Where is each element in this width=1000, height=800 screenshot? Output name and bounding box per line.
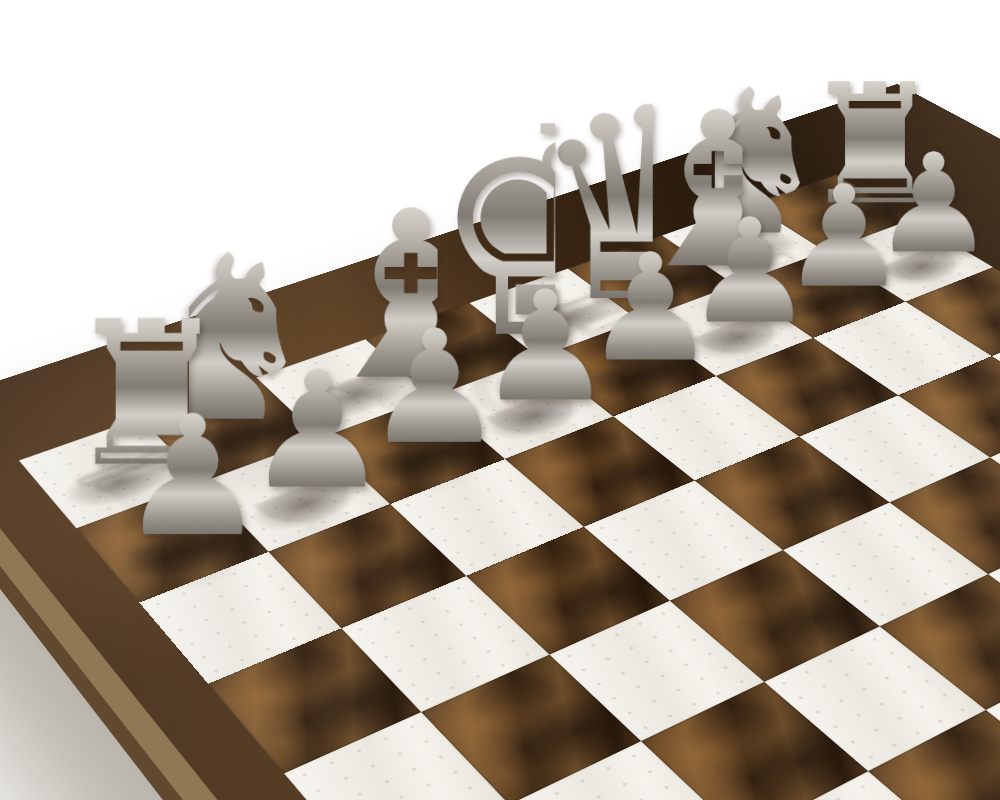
product-photo-stage: ♜♜♞♞♝♝♚♚♛♛♝♝♞♞♜♜♟♟♟♟♟♟♟♟♟♟♟♟♟♟♟♟ <box>0 0 1000 800</box>
piece-white-pawn: ♟ <box>118 394 262 560</box>
chess-board: ♜♜♞♞♝♝♚♚♛♛♝♝♞♞♜♜♟♟♟♟♟♟♟♟♟♟♟♟♟♟♟♟ <box>0 84 1000 800</box>
